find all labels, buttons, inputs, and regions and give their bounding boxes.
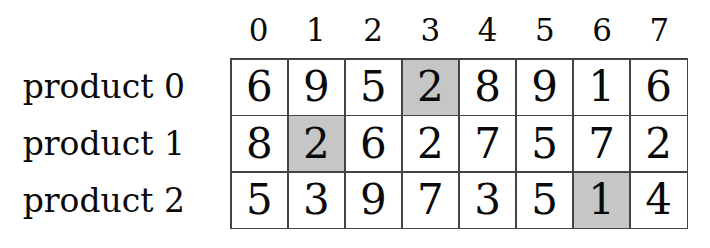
row-label: product 1 (0, 115, 188, 172)
row-label: product 0 (0, 58, 188, 115)
grid-cell: 9 (346, 173, 402, 228)
column-header: 1 (287, 4, 344, 56)
column-header: 0 (230, 4, 287, 56)
grid-cell-selected: 2 (289, 116, 345, 171)
grid-cell: 3 (460, 173, 516, 228)
row-label: product 2 (0, 172, 188, 229)
grid-cell: 5 (517, 116, 573, 171)
grid-cell: 8 (460, 60, 516, 115)
grid-cell: 7 (403, 173, 459, 228)
grid-cell: 9 (289, 60, 345, 115)
column-header: 6 (574, 4, 631, 56)
grid-cell: 7 (574, 116, 630, 171)
grid-cell: 6 (232, 60, 288, 115)
column-header: 4 (459, 4, 516, 56)
column-headers: 01234567 (230, 4, 688, 56)
grid-cell: 2 (631, 116, 687, 171)
grid-cell-selected: 2 (403, 60, 459, 115)
grid-cell: 3 (289, 173, 345, 228)
grid-cell: 8 (232, 116, 288, 171)
row-labels: product 0product 1product 2 (0, 58, 188, 229)
grid-cell: 5 (346, 60, 402, 115)
grid-cell: 9 (517, 60, 573, 115)
matrix-grid: 695289168262757253973514 (230, 58, 688, 229)
grid-cell: 5 (517, 173, 573, 228)
grid-cell: 6 (346, 116, 402, 171)
column-header: 3 (402, 4, 459, 56)
assignment-matrix-figure: 01234567 product 0product 1product 2 695… (0, 0, 710, 248)
column-header: 5 (516, 4, 573, 56)
grid-cell: 7 (460, 116, 516, 171)
grid-cell: 5 (232, 173, 288, 228)
column-header: 2 (345, 4, 402, 56)
grid-cell: 2 (403, 116, 459, 171)
column-header: 7 (631, 4, 688, 56)
grid-cell: 6 (631, 60, 687, 115)
grid-cell: 1 (574, 60, 630, 115)
grid-cell-selected: 1 (574, 173, 630, 228)
grid-cell: 4 (631, 173, 687, 228)
